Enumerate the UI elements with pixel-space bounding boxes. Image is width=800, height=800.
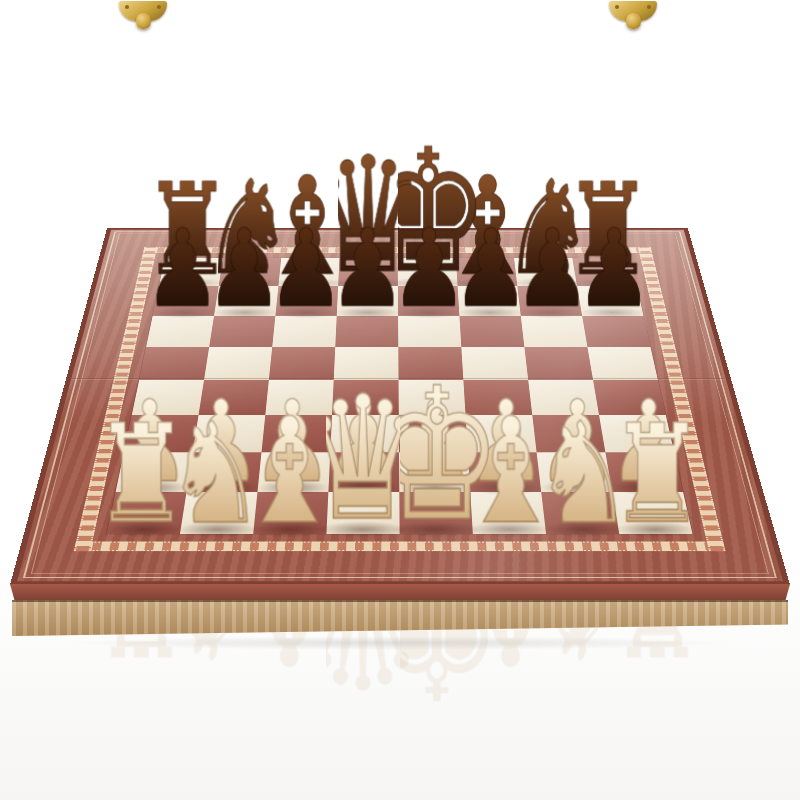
latch-knob-icon [136,13,151,29]
latch-knob-icon [626,13,641,29]
lid-side-edge [10,584,790,601]
piece-contact-shadow [559,275,654,290]
brass-latch-right [609,1,657,37]
board-perspective-wrapper: ♜♜♞♞♝♝♛♛♚♚♝♝♞♞♜♜♟♟♟♟♟♟♟♟♟♟♟♟♟♟♟♟♟♟♟♟♟♟♟♟… [0,0,800,800]
brass-latch-left [119,1,167,37]
chess-board: ♜♜♞♞♝♝♛♛♚♚♝♝♞♞♜♜♟♟♟♟♟♟♟♟♟♟♟♟♟♟♟♟♟♟♟♟♟♟♟♟… [10,228,790,585]
product-photo-scene: ♜♜♞♞♝♝♛♛♚♚♝♝♞♞♜♜♟♟♟♟♟♟♟♟♟♟♟♟♟♟♟♟♟♟♟♟♟♟♟♟… [0,0,800,800]
